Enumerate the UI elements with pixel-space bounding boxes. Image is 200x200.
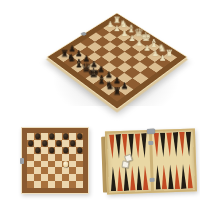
checkers-square bbox=[69, 161, 76, 168]
backgammon-point-red bbox=[142, 165, 148, 190]
checker-man-dark bbox=[35, 147, 41, 153]
checker-man-light bbox=[63, 161, 69, 167]
backgammon-photo bbox=[101, 125, 198, 198]
checkers-photo bbox=[21, 127, 89, 194]
chess-photo: ♜♞♝♛♚♝♞♜♟♟♟♟♟♟♟♟♟♟♟♟♟♟♟♟♜♞♝♛♚♝♞♜ bbox=[28, 0, 200, 140]
backgammon-point-red bbox=[187, 164, 193, 189]
clasp-icon bbox=[147, 129, 155, 134]
checkers-square bbox=[55, 181, 62, 188]
checker-man-dark bbox=[63, 134, 69, 140]
backgammon-point-red bbox=[129, 166, 135, 191]
checkers-square bbox=[41, 167, 48, 174]
backgammon-point-black bbox=[155, 165, 161, 190]
checker-man-dark bbox=[35, 134, 41, 140]
backgammon-point-black bbox=[123, 166, 129, 191]
die-icon bbox=[121, 161, 129, 169]
checkers-square bbox=[27, 154, 34, 161]
checkers-square bbox=[55, 147, 62, 154]
checkers-square bbox=[55, 161, 62, 168]
checkers-board bbox=[21, 127, 89, 194]
backgammon-point-black bbox=[136, 166, 142, 191]
checkers-square bbox=[55, 133, 62, 140]
checker-man-dark bbox=[49, 147, 55, 153]
checkers-square bbox=[48, 161, 55, 168]
backgammon-point-red bbox=[153, 133, 159, 158]
chess-piece-white-pawn: ♟ bbox=[151, 50, 158, 58]
checkers-square bbox=[76, 181, 83, 188]
chess-grid: ♜♞♝♛♚♝♞♜♟♟♟♟♟♟♟♟♟♟♟♟♟♟♟♟♜♞♝♛♚♝♞♜ bbox=[57, 19, 177, 101]
checkers-square bbox=[76, 161, 83, 168]
checkers-square bbox=[41, 154, 48, 161]
checkers-square bbox=[27, 167, 34, 174]
checkers-square bbox=[55, 167, 62, 174]
chess-piece-black-pawn: ♟ bbox=[113, 76, 121, 84]
checkers-square bbox=[69, 133, 76, 140]
points-bottom-left bbox=[110, 165, 148, 191]
backgammon-left-half bbox=[107, 132, 151, 192]
checkers-square bbox=[27, 133, 34, 140]
checkers-square bbox=[69, 147, 76, 154]
backgammon-point-black bbox=[186, 132, 192, 157]
checker-man-dark bbox=[56, 141, 62, 147]
checker-man-dark bbox=[63, 147, 69, 153]
checkers-square bbox=[34, 174, 41, 181]
checkers-square bbox=[76, 140, 83, 147]
checker-man-dark bbox=[28, 141, 34, 147]
clasp-icon bbox=[80, 32, 87, 36]
points-bottom-right bbox=[155, 164, 193, 190]
chess-piece-black-pawn: ♟ bbox=[106, 71, 113, 79]
checkers-square bbox=[62, 181, 69, 188]
backgammon-right-half bbox=[151, 130, 195, 190]
checkers-square bbox=[27, 161, 34, 168]
checkers-square bbox=[34, 167, 41, 174]
die-icon bbox=[124, 154, 132, 162]
checkers-square bbox=[55, 174, 62, 181]
checkers-square bbox=[41, 161, 48, 168]
chess-piece-white-pawn: ♟ bbox=[143, 45, 150, 53]
backgammon-point-black bbox=[110, 166, 116, 191]
points-top-right bbox=[153, 132, 191, 158]
checkers-square bbox=[55, 154, 62, 161]
checkers-square bbox=[62, 154, 69, 161]
checkers-square bbox=[48, 181, 55, 188]
backgammon-point-black bbox=[180, 164, 186, 189]
checkers-square bbox=[76, 154, 83, 161]
checkers-square bbox=[69, 167, 76, 174]
checkers-square bbox=[69, 174, 76, 181]
backgammon-point-black bbox=[160, 132, 166, 157]
chess-piece-white-rook: ♜ bbox=[165, 49, 174, 59]
checker-man-dark bbox=[77, 134, 83, 140]
backgammon-point-red bbox=[109, 134, 115, 159]
checkers-square bbox=[41, 147, 48, 154]
checkers-square bbox=[76, 174, 83, 181]
backgammon-board bbox=[105, 128, 197, 194]
backgammon-point-red bbox=[166, 132, 172, 157]
backgammon-point-black bbox=[141, 133, 147, 158]
backgammon-point-red bbox=[135, 133, 141, 158]
checkers-square bbox=[48, 174, 55, 181]
checkers-square bbox=[69, 181, 76, 188]
backgammon-point-black bbox=[167, 164, 173, 189]
chess-piece-white-pawn: ♟ bbox=[128, 35, 135, 43]
checker-man-dark bbox=[49, 134, 55, 140]
product-photo: ♜♞♝♛♚♝♞♜♟♟♟♟♟♟♟♟♟♟♟♟♟♟♟♟♜♞♝♛♚♝♞♜ bbox=[0, 0, 200, 200]
checkers-square bbox=[34, 181, 41, 188]
chess-board: ♜♞♝♛♚♝♞♜♟♟♟♟♟♟♟♟♟♟♟♟♟♟♟♟♜♞♝♛♚♝♞♜ bbox=[46, 13, 187, 110]
checkers-square bbox=[41, 181, 48, 188]
chess-piece-black-rook: ♜ bbox=[113, 86, 122, 96]
chess-piece-white-pawn: ♟ bbox=[121, 30, 128, 38]
backgammon-point-red bbox=[179, 132, 185, 157]
checkers-square bbox=[48, 140, 55, 147]
backgammon-point-red bbox=[161, 165, 167, 190]
checkers-square bbox=[27, 174, 34, 181]
checkers-square bbox=[41, 133, 48, 140]
checkers-square bbox=[34, 140, 41, 147]
checkers-square bbox=[34, 161, 41, 168]
chess-piece-black-pawn: ♟ bbox=[121, 82, 129, 90]
checker-man-dark bbox=[77, 147, 83, 153]
clasp-icon bbox=[20, 158, 24, 164]
checkers-square bbox=[62, 167, 69, 174]
backgammon-point-black bbox=[115, 134, 121, 159]
checkers-square bbox=[48, 154, 55, 161]
checkers-square bbox=[34, 154, 41, 161]
checkers-square bbox=[62, 140, 69, 147]
checkers-square bbox=[27, 181, 34, 188]
checkers-square bbox=[76, 167, 83, 174]
backgammon-point-red bbox=[117, 166, 123, 191]
backgammon-point-black bbox=[173, 132, 179, 157]
checkers-square bbox=[41, 174, 48, 181]
checker-man-dark bbox=[42, 141, 48, 147]
checkers-square bbox=[69, 154, 76, 161]
chess-piece-white-pawn: ♟ bbox=[106, 21, 113, 29]
checker-man-dark bbox=[70, 141, 76, 147]
checkers-grid bbox=[27, 133, 83, 188]
backgammon-point-red bbox=[174, 164, 180, 189]
checkers-square bbox=[27, 147, 34, 154]
checkers-square bbox=[48, 167, 55, 174]
checkers-square bbox=[62, 174, 69, 181]
